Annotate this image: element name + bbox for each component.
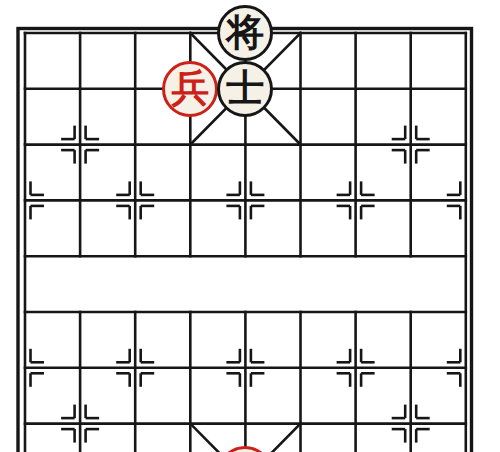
intersection-c0-r7[interactable] bbox=[0, 396, 53, 452]
intersection-c3-r3[interactable] bbox=[163, 172, 218, 228]
intersection-c5-r4[interactable] bbox=[273, 228, 328, 284]
intersection-c1-r6[interactable] bbox=[53, 340, 108, 396]
intersection-c8-r6[interactable] bbox=[438, 340, 493, 396]
intersection-c3-r7[interactable] bbox=[163, 396, 218, 452]
intersection-c6-r6[interactable] bbox=[328, 340, 383, 396]
intersection-c2-r6[interactable] bbox=[108, 340, 163, 396]
intersection-c2-r2[interactable] bbox=[108, 117, 163, 173]
intersection-c3-r4[interactable] bbox=[163, 228, 218, 284]
intersection-c4-r5[interactable] bbox=[218, 284, 273, 340]
intersection-c8-r1[interactable] bbox=[438, 61, 493, 117]
piece-red-soldier[interactable]: 兵 bbox=[162, 61, 218, 117]
intersection-c4-r3[interactable] bbox=[218, 172, 273, 228]
intersection-c2-r5[interactable] bbox=[108, 284, 163, 340]
piece-black-general[interactable]: 将 bbox=[217, 5, 273, 61]
intersection-c7-r3[interactable] bbox=[383, 172, 438, 228]
intersection-c0-r4[interactable] bbox=[0, 228, 53, 284]
intersection-c8-r0[interactable] bbox=[438, 5, 493, 61]
intersection-c7-r0[interactable] bbox=[383, 5, 438, 61]
intersection-c7-r6[interactable] bbox=[383, 340, 438, 396]
intersection-c1-r3[interactable] bbox=[53, 172, 108, 228]
intersection-c2-r7[interactable] bbox=[108, 396, 163, 452]
intersection-c0-r3[interactable] bbox=[0, 172, 53, 228]
intersection-c1-r4[interactable] bbox=[53, 228, 108, 284]
intersection-c5-r1[interactable] bbox=[273, 61, 328, 117]
intersection-c4-r7[interactable] bbox=[218, 396, 273, 452]
intersection-c7-r5[interactable] bbox=[383, 284, 438, 340]
intersection-c2-r0[interactable] bbox=[108, 5, 163, 61]
intersection-c1-r1[interactable] bbox=[53, 61, 108, 117]
intersection-c0-r5[interactable] bbox=[0, 284, 53, 340]
intersection-c3-r0[interactable] bbox=[163, 5, 218, 61]
piece-label: 士 bbox=[226, 69, 264, 107]
intersection-c6-r1[interactable] bbox=[328, 61, 383, 117]
intersection-c2-r4[interactable] bbox=[108, 228, 163, 284]
intersection-c6-r7[interactable] bbox=[328, 396, 383, 452]
intersection-c6-r2[interactable] bbox=[328, 117, 383, 173]
intersection-c5-r0[interactable] bbox=[273, 5, 328, 61]
intersection-c1-r0[interactable] bbox=[53, 5, 108, 61]
intersection-c6-r4[interactable] bbox=[328, 228, 383, 284]
intersection-c1-r5[interactable] bbox=[53, 284, 108, 340]
intersection-c8-r7[interactable] bbox=[438, 396, 493, 452]
intersection-c8-r2[interactable] bbox=[438, 117, 493, 173]
intersection-c3-r1[interactable]: 兵 bbox=[163, 61, 218, 117]
intersection-c2-r3[interactable] bbox=[108, 172, 163, 228]
piece-label: 兵 bbox=[171, 69, 209, 107]
board-grid: 将兵士帥 bbox=[0, 5, 493, 452]
intersection-c4-r0[interactable]: 将 bbox=[218, 5, 273, 61]
intersection-c5-r3[interactable] bbox=[273, 172, 328, 228]
intersection-c6-r3[interactable] bbox=[328, 172, 383, 228]
intersection-c0-r1[interactable] bbox=[0, 61, 53, 117]
intersection-c8-r3[interactable] bbox=[438, 172, 493, 228]
intersection-c0-r6[interactable] bbox=[0, 340, 53, 396]
piece-label: 将 bbox=[226, 13, 264, 51]
intersection-c1-r2[interactable] bbox=[53, 117, 108, 173]
intersection-c3-r2[interactable] bbox=[163, 117, 218, 173]
intersection-c5-r6[interactable] bbox=[273, 340, 328, 396]
intersection-c4-r2[interactable] bbox=[218, 117, 273, 173]
intersection-c5-r5[interactable] bbox=[273, 284, 328, 340]
intersection-c0-r2[interactable] bbox=[0, 117, 53, 173]
intersection-c7-r1[interactable] bbox=[383, 61, 438, 117]
intersection-c4-r6[interactable] bbox=[218, 340, 273, 396]
intersection-c7-r4[interactable] bbox=[383, 228, 438, 284]
intersection-c7-r2[interactable] bbox=[383, 117, 438, 173]
intersection-c3-r6[interactable] bbox=[163, 340, 218, 396]
intersection-c5-r2[interactable] bbox=[273, 117, 328, 173]
intersection-c5-r7[interactable] bbox=[273, 396, 328, 452]
intersection-c1-r7[interactable] bbox=[53, 396, 108, 452]
intersection-c6-r5[interactable] bbox=[328, 284, 383, 340]
intersection-c4-r4[interactable] bbox=[218, 228, 273, 284]
intersection-c8-r4[interactable] bbox=[438, 228, 493, 284]
piece-black-advisor[interactable]: 士 bbox=[217, 61, 273, 117]
intersection-c6-r0[interactable] bbox=[328, 5, 383, 61]
intersection-c3-r5[interactable] bbox=[163, 284, 218, 340]
intersection-c2-r1[interactable] bbox=[108, 61, 163, 117]
intersection-c7-r7[interactable] bbox=[383, 396, 438, 452]
xiangqi-board: 将兵士帥 bbox=[0, 0, 500, 452]
intersection-c0-r0[interactable] bbox=[0, 5, 53, 61]
intersection-c8-r5[interactable] bbox=[438, 284, 493, 340]
intersection-c4-r1[interactable]: 士 bbox=[218, 61, 273, 117]
